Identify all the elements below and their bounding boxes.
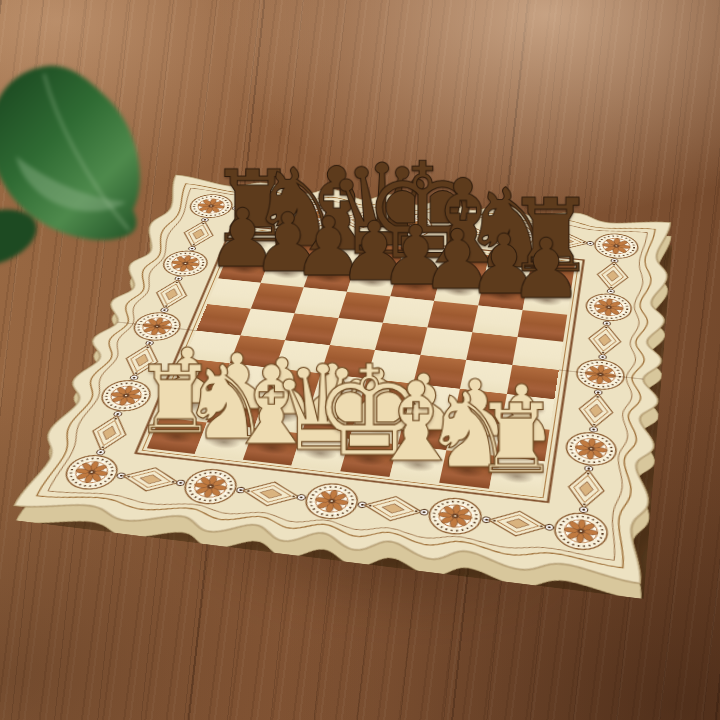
chess-board: ♜♞♝♛♚♝♞♜♟♟♟♟♟♟♟♟♟♟♟♟♟♟♟♟♜♞♝♛♚♝♞♜ [8, 172, 675, 587]
accent-dot [420, 509, 429, 515]
photo-scene: ♜♞♝♛♚♝♞♜♟♟♟♟♟♟♟♟♟♟♟♟♟♟♟♟♜♞♝♛♚♝♞♜ [0, 0, 720, 720]
square-f6 [427, 301, 478, 332]
piece-black-pawn-h7: ♟ [509, 227, 583, 310]
square-h5 [512, 337, 563, 370]
square-h1: ♜ [489, 456, 545, 495]
square-d6 [339, 292, 391, 323]
perspective-scene: ♜♞♝♛♚♝♞♜♟♟♟♟♟♟♟♟♟♟♟♟♟♟♟♟♜♞♝♛♚♝♞♜ [0, 0, 720, 720]
piece-white-rook-h1: ♜ [473, 392, 559, 488]
